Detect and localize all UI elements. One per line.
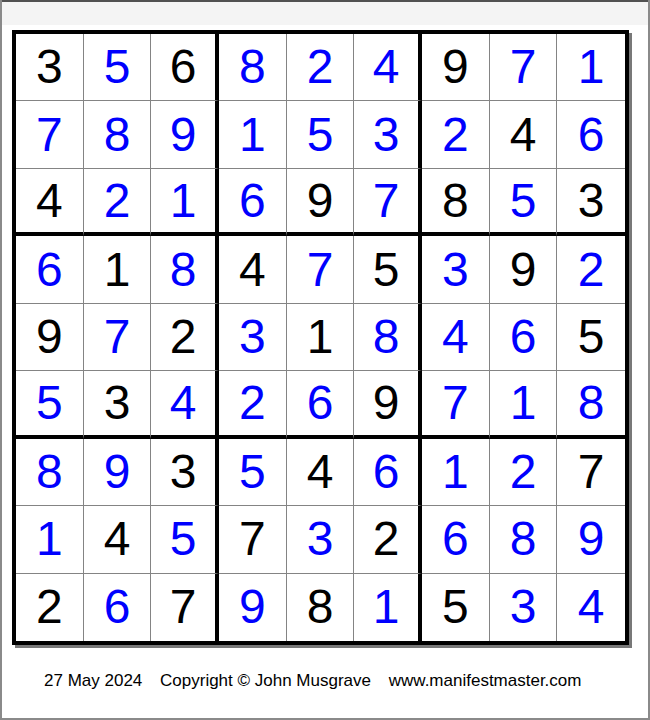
footer-website: www.manifestmaster.com — [389, 671, 582, 690]
cell-r3c3: 1 — [151, 169, 219, 236]
cell-r6c3: 4 — [151, 371, 219, 438]
cell-r5c5: 1 — [287, 304, 355, 371]
cell-r4c3: 8 — [151, 236, 219, 303]
cell-r2c1: 7 — [16, 101, 84, 168]
cell-r4c9: 2 — [557, 236, 625, 303]
cell-r7c8: 2 — [490, 439, 558, 506]
cell-r6c1: 5 — [16, 371, 84, 438]
cell-r9c9: 4 — [557, 574, 625, 641]
cell-r6c9: 8 — [557, 371, 625, 438]
cell-r8c4: 7 — [219, 506, 287, 573]
cell-r9c6: 1 — [354, 574, 422, 641]
cell-r3c6: 7 — [354, 169, 422, 236]
cell-r4c1: 6 — [16, 236, 84, 303]
cell-r2c3: 9 — [151, 101, 219, 168]
cell-r2c6: 3 — [354, 101, 422, 168]
cell-r9c5: 8 — [287, 574, 355, 641]
cell-r8c2: 4 — [84, 506, 152, 573]
cell-r7c1: 8 — [16, 439, 84, 506]
cell-r3c2: 2 — [84, 169, 152, 236]
cell-r4c6: 5 — [354, 236, 422, 303]
cell-r7c3: 3 — [151, 439, 219, 506]
cell-r5c4: 3 — [219, 304, 287, 371]
top-strip — [2, 0, 648, 25]
cell-r7c4: 5 — [219, 439, 287, 506]
cell-r4c8: 9 — [490, 236, 558, 303]
cell-r7c6: 6 — [354, 439, 422, 506]
cell-r8c5: 3 — [287, 506, 355, 573]
cell-r8c8: 8 — [490, 506, 558, 573]
footer-date: 27 May 2024 — [44, 671, 142, 690]
page: 3568249717891532464216978536184753929723… — [0, 0, 650, 720]
cell-r8c7: 6 — [422, 506, 490, 573]
cell-r1c7: 9 — [422, 34, 490, 101]
cell-r6c5: 6 — [287, 371, 355, 438]
cell-r1c9: 1 — [557, 34, 625, 101]
cell-r2c9: 6 — [557, 101, 625, 168]
cell-r5c8: 6 — [490, 304, 558, 371]
cell-r8c6: 2 — [354, 506, 422, 573]
cell-r1c6: 4 — [354, 34, 422, 101]
cell-r7c2: 9 — [84, 439, 152, 506]
cell-r1c8: 7 — [490, 34, 558, 101]
cell-r7c5: 4 — [287, 439, 355, 506]
cell-r2c4: 1 — [219, 101, 287, 168]
cell-r9c1: 2 — [16, 574, 84, 641]
cell-r5c2: 7 — [84, 304, 152, 371]
cell-r2c8: 4 — [490, 101, 558, 168]
sudoku-board: 3568249717891532464216978536184753929723… — [12, 30, 629, 645]
cell-r8c3: 5 — [151, 506, 219, 573]
cell-r1c2: 5 — [84, 34, 152, 101]
cell-r9c2: 6 — [84, 574, 152, 641]
cell-r8c1: 1 — [16, 506, 84, 573]
cell-r3c1: 4 — [16, 169, 84, 236]
cell-r6c8: 1 — [490, 371, 558, 438]
cell-r9c7: 5 — [422, 574, 490, 641]
cell-r1c3: 6 — [151, 34, 219, 101]
cell-r2c5: 5 — [287, 101, 355, 168]
cell-r8c9: 9 — [557, 506, 625, 573]
cell-r9c4: 9 — [219, 574, 287, 641]
cell-r4c7: 3 — [422, 236, 490, 303]
footer-copyright: Copyright © John Musgrave — [160, 671, 371, 690]
cell-r5c7: 4 — [422, 304, 490, 371]
cell-r3c5: 9 — [287, 169, 355, 236]
cell-r3c7: 8 — [422, 169, 490, 236]
cell-r5c1: 9 — [16, 304, 84, 371]
cell-r4c4: 4 — [219, 236, 287, 303]
cell-r3c9: 3 — [557, 169, 625, 236]
cell-r7c9: 7 — [557, 439, 625, 506]
cell-r4c2: 1 — [84, 236, 152, 303]
cell-r6c7: 7 — [422, 371, 490, 438]
cell-r5c3: 2 — [151, 304, 219, 371]
cell-r3c8: 5 — [490, 169, 558, 236]
cell-r5c6: 8 — [354, 304, 422, 371]
cell-r9c3: 7 — [151, 574, 219, 641]
cell-r3c4: 6 — [219, 169, 287, 236]
cell-r7c7: 1 — [422, 439, 490, 506]
cell-r9c8: 3 — [490, 574, 558, 641]
cell-r2c2: 8 — [84, 101, 152, 168]
cell-r6c6: 9 — [354, 371, 422, 438]
cell-r1c5: 2 — [287, 34, 355, 101]
cell-r1c1: 3 — [16, 34, 84, 101]
cell-r2c7: 2 — [422, 101, 490, 168]
cell-r1c4: 8 — [219, 34, 287, 101]
cell-r4c5: 7 — [287, 236, 355, 303]
cell-r6c4: 2 — [219, 371, 287, 438]
footer: 27 May 2024 Copyright © John Musgrave ww… — [44, 671, 581, 691]
cell-r5c9: 5 — [557, 304, 625, 371]
cell-r6c2: 3 — [84, 371, 152, 438]
